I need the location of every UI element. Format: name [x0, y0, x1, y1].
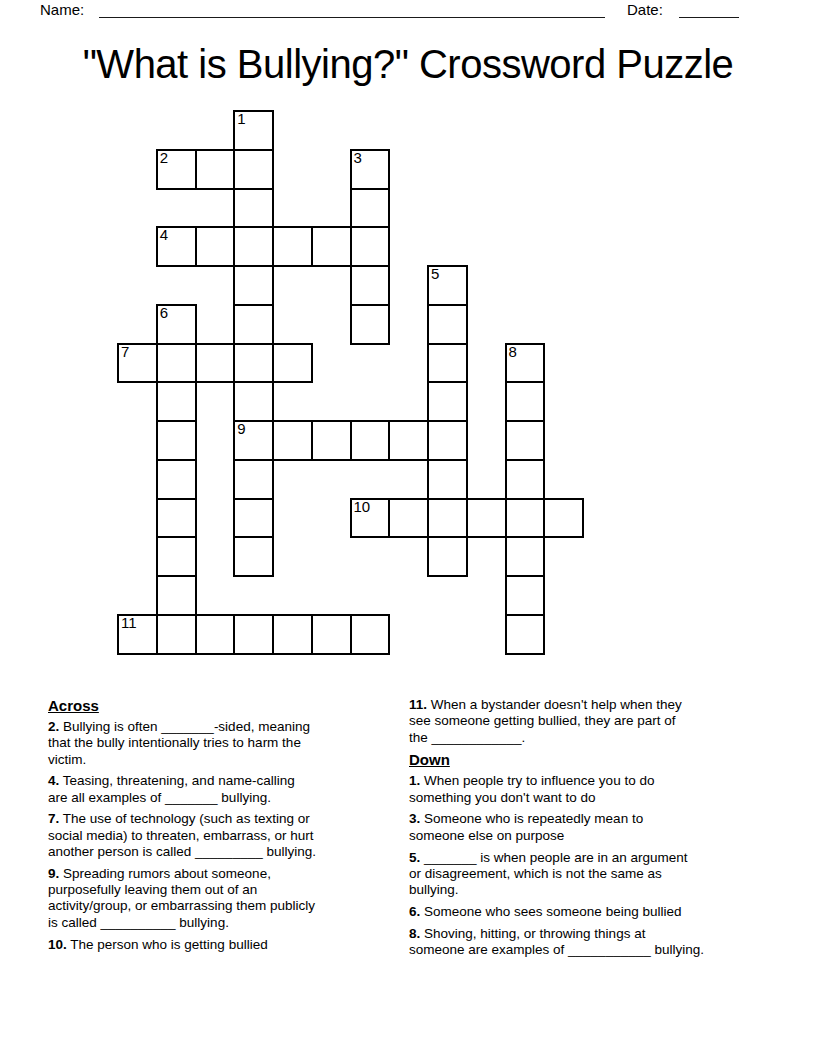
- clue-number-3: 3: [354, 150, 362, 167]
- grid-cell-r8c4[interactable]: [272, 420, 313, 461]
- clue-3: 3. Someone who is repeatedly mean tosome…: [409, 811, 781, 844]
- clue-number-9: 9: [237, 421, 245, 438]
- grid-cell-r4c6[interactable]: [350, 265, 391, 306]
- across-clues-column: Across 2. Bullying is often _______-side…: [48, 697, 404, 958]
- grid-cell-r7c8[interactable]: [427, 381, 468, 422]
- date-label: Date:: [627, 1, 663, 18]
- grid-cell-r3c3[interactable]: [233, 226, 274, 267]
- clue-8: 8. Shoving, hitting, or throwing things …: [409, 926, 781, 959]
- grid-cell-r8c7[interactable]: [388, 420, 429, 461]
- grid-cell-r13c10[interactable]: [505, 614, 546, 655]
- grid-cell-r6c1[interactable]: [156, 343, 197, 384]
- clue-7: 7. The use of technology (such as textin…: [48, 811, 404, 860]
- grid-cell-r7c10[interactable]: [505, 381, 546, 422]
- grid-cell-r11c3[interactable]: [233, 536, 274, 577]
- down-clues-column: 11. When a bystander doesn't help when t…: [409, 697, 781, 964]
- grid-cell-r13c0[interactable]: 11: [117, 614, 158, 655]
- grid-cell-r5c1[interactable]: 6: [156, 304, 197, 345]
- grid-cell-r3c5[interactable]: [311, 226, 352, 267]
- grid-cell-r9c8[interactable]: [427, 459, 468, 500]
- grid-cell-r6c0[interactable]: 7: [117, 343, 158, 384]
- grid-cell-r5c3[interactable]: [233, 304, 274, 345]
- grid-cell-r3c6[interactable]: [350, 226, 391, 267]
- clue-11: 11. When a bystander doesn't help when t…: [409, 697, 781, 746]
- clue-number-label-9: 9.: [48, 866, 59, 881]
- clue-number-label-3: 3.: [409, 811, 420, 826]
- grid-cell-r13c6[interactable]: [350, 614, 391, 655]
- grid-cell-r12c1[interactable]: [156, 575, 197, 616]
- clue-number-7: 7: [121, 344, 129, 361]
- down-header: Down: [409, 751, 781, 768]
- grid-cell-r10c3[interactable]: [233, 498, 274, 539]
- clue-number-2: 2: [160, 150, 168, 167]
- grid-cell-r6c10[interactable]: 8: [505, 343, 546, 384]
- grid-cell-r4c8[interactable]: 5: [427, 265, 468, 306]
- grid-cell-r13c2[interactable]: [195, 614, 236, 655]
- grid-cell-r13c4[interactable]: [272, 614, 313, 655]
- clue-number-label-10: 10.: [48, 937, 67, 952]
- grid-cell-r1c1[interactable]: 2: [156, 149, 197, 190]
- grid-cell-r9c10[interactable]: [505, 459, 546, 500]
- clue-number-label-4: 4.: [48, 773, 59, 788]
- grid-cell-r7c3[interactable]: [233, 381, 274, 422]
- name-label: Name:: [40, 1, 84, 18]
- grid-cell-r6c2[interactable]: [195, 343, 236, 384]
- grid-cell-r1c6[interactable]: 3: [350, 149, 391, 190]
- grid-cell-r8c8[interactable]: [427, 420, 468, 461]
- clue-9: 9. Spreading rumors about someone,purpos…: [48, 866, 404, 931]
- clue-5: 5. _______ is when people are in an argu…: [409, 850, 781, 899]
- across-clues-overflow: 11. When a bystander doesn't help when t…: [409, 697, 781, 746]
- grid-cell-r8c5[interactable]: [311, 420, 352, 461]
- grid-cell-r3c1[interactable]: 4: [156, 226, 197, 267]
- clue-number-label-2: 2.: [48, 719, 59, 734]
- grid-cell-r8c6[interactable]: [350, 420, 391, 461]
- grid-cell-r1c2[interactable]: [195, 149, 236, 190]
- grid-cell-r10c1[interactable]: [156, 498, 197, 539]
- grid-cell-r12c10[interactable]: [505, 575, 546, 616]
- across-header: Across: [48, 697, 404, 714]
- crossword-grid: 1234567891011: [117, 110, 584, 655]
- grid-cell-r10c7[interactable]: [388, 498, 429, 539]
- across-clues-list: 2. Bullying is often _______-sided, mean…: [48, 719, 404, 953]
- grid-cell-r7c1[interactable]: [156, 381, 197, 422]
- grid-cell-r4c3[interactable]: [233, 265, 274, 306]
- grid-cell-r3c2[interactable]: [195, 226, 236, 267]
- grid-cell-r11c8[interactable]: [427, 536, 468, 577]
- grid-cell-r10c6[interactable]: 10: [350, 498, 391, 539]
- down-clues-list: 1. When people try to influence you to d…: [409, 773, 781, 958]
- grid-cell-r10c8[interactable]: [427, 498, 468, 539]
- grid-cell-r10c10[interactable]: [505, 498, 546, 539]
- clue-number-8: 8: [509, 344, 517, 361]
- grid-cell-r2c3[interactable]: [233, 188, 274, 229]
- grid-cell-r11c10[interactable]: [505, 536, 546, 577]
- grid-cell-r3c4[interactable]: [272, 226, 313, 267]
- clue-number-label-6: 6.: [409, 904, 420, 919]
- clue-1: 1. When people try to influence you to d…: [409, 773, 781, 806]
- grid-cell-r5c6[interactable]: [350, 304, 391, 345]
- grid-cell-r8c3[interactable]: 9: [233, 420, 274, 461]
- clue-number-4: 4: [160, 227, 168, 244]
- clue-number-1: 1: [237, 111, 245, 128]
- clue-number-6: 6: [160, 305, 168, 322]
- grid-cell-r13c1[interactable]: [156, 614, 197, 655]
- grid-cell-r13c5[interactable]: [311, 614, 352, 655]
- grid-cell-r2c6[interactable]: [350, 188, 391, 229]
- grid-cell-r8c10[interactable]: [505, 420, 546, 461]
- clue-number-label-11: 11.: [409, 697, 427, 712]
- clue-2: 2. Bullying is often _______-sided, mean…: [48, 719, 404, 768]
- clue-number-label-1: 1.: [409, 773, 420, 788]
- date-blank-line[interactable]: [679, 0, 739, 18]
- name-blank-line[interactable]: [99, 0, 605, 18]
- grid-cell-r6c3[interactable]: [233, 343, 274, 384]
- clue-number-11: 11: [121, 615, 137, 632]
- grid-cell-r8c1[interactable]: [156, 420, 197, 461]
- grid-cell-r1c3[interactable]: [233, 149, 274, 190]
- clue-number-10: 10: [354, 499, 371, 516]
- page-title: "What is Bullying?" Crossword Puzzle: [0, 40, 816, 88]
- grid-cell-r10c11[interactable]: [543, 498, 584, 539]
- grid-cell-r11c1[interactable]: [156, 536, 197, 577]
- clue-number-5: 5: [431, 266, 439, 283]
- clue-6: 6. Someone who sees someone being bullie…: [409, 904, 781, 920]
- grid-cell-r0c3[interactable]: 1: [233, 110, 274, 151]
- clue-number-label-8: 8.: [409, 926, 420, 941]
- grid-cell-r10c9[interactable]: [466, 498, 507, 539]
- grid-cell-r13c3[interactable]: [233, 614, 274, 655]
- grid-cell-r5c8[interactable]: [427, 304, 468, 345]
- clue-number-label-7: 7.: [48, 811, 59, 826]
- clue-10: 10. The person who is getting bullied: [48, 937, 404, 953]
- clue-number-label-5: 5.: [409, 850, 420, 865]
- grid-cell-r6c4[interactable]: [272, 343, 313, 384]
- clue-4: 4. Teasing, threatening, and name-callin…: [48, 773, 404, 806]
- grid-cell-r9c1[interactable]: [156, 459, 197, 500]
- grid-cell-r9c3[interactable]: [233, 459, 274, 500]
- grid-cell-r6c8[interactable]: [427, 343, 468, 384]
